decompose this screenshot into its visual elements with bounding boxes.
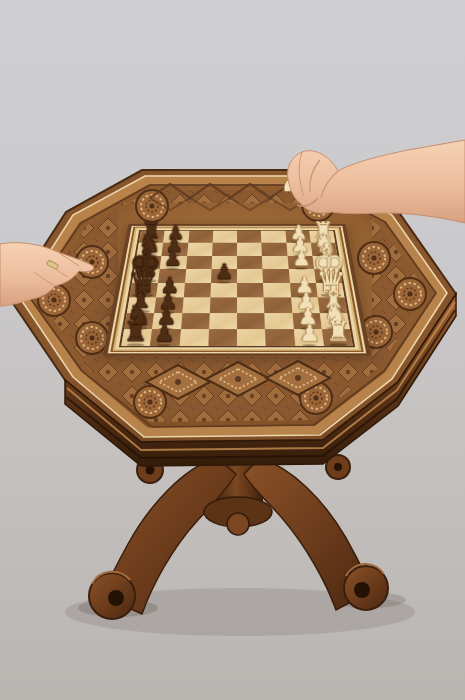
scroll-foot-left bbox=[89, 572, 135, 619]
left-hand bbox=[0, 243, 94, 306]
square-c3[interactable] bbox=[264, 298, 292, 313]
square-a7[interactable]: ♟ bbox=[150, 329, 180, 346]
studio-scene: ♜♟♟♜♞♟♟♞♝♟♟♝♚♟♚♛♟♟♛♝♟♟♝♞♟♟♞♜♟♟♜ ♟ bbox=[0, 0, 465, 700]
square-a8[interactable]: ♜ bbox=[121, 329, 152, 346]
square-a1[interactable]: ♜ bbox=[322, 329, 353, 346]
square-e5[interactable]: ♟ bbox=[211, 269, 237, 283]
square-a4[interactable] bbox=[237, 329, 266, 346]
chess-board: ♜♟♟♜♞♟♟♞♝♟♟♝♚♟♚♛♟♟♛♝♟♟♝♞♟♟♞♜♟♟♜ bbox=[103, 224, 371, 356]
square-c4[interactable] bbox=[237, 298, 265, 313]
square-e6[interactable] bbox=[185, 269, 212, 283]
square-b4[interactable] bbox=[237, 313, 265, 329]
square-b5[interactable] bbox=[209, 313, 237, 329]
black-rook-a8[interactable]: ♜ bbox=[123, 318, 148, 346]
black-pawn-a7[interactable]: ♟ bbox=[154, 322, 175, 345]
square-f3[interactable] bbox=[262, 256, 288, 269]
square-a3[interactable] bbox=[265, 329, 295, 346]
finger-ring bbox=[47, 260, 59, 270]
square-f4[interactable] bbox=[237, 256, 263, 269]
square-h5[interactable] bbox=[212, 231, 237, 243]
leg-left bbox=[102, 458, 236, 614]
board-squares: ♜♟♟♜♞♟♟♞♝♟♟♝♚♟♚♛♟♟♛♝♟♟♝♞♟♟♞♜♟♟♜ bbox=[121, 231, 352, 346]
square-f6[interactable] bbox=[186, 256, 212, 269]
white-pawn-f2[interactable]: ♟ bbox=[292, 248, 310, 269]
white-pawn-a2[interactable]: ♟ bbox=[299, 322, 320, 345]
square-d3[interactable] bbox=[263, 283, 290, 298]
square-h3[interactable] bbox=[261, 231, 286, 243]
square-e3[interactable] bbox=[263, 269, 290, 283]
square-d4[interactable] bbox=[237, 283, 264, 298]
square-g4[interactable] bbox=[237, 243, 262, 256]
square-g6[interactable] bbox=[187, 243, 213, 256]
black-pawn-f7[interactable]: ♟ bbox=[164, 248, 182, 269]
held-white-pawn[interactable]: ♟ bbox=[276, 158, 312, 198]
square-a2[interactable]: ♟ bbox=[293, 329, 323, 346]
square-c5[interactable] bbox=[209, 298, 237, 313]
chess-board-perspective: ♜♟♟♜♞♟♟♞♝♟♟♝♚♟♚♛♟♟♛♝♟♟♝♞♟♟♞♜♟♟♜ bbox=[117, 163, 357, 403]
square-e4[interactable] bbox=[237, 269, 263, 283]
square-h6[interactable] bbox=[188, 231, 213, 243]
square-h4[interactable] bbox=[237, 231, 262, 243]
black-pawn-e5[interactable]: ♟ bbox=[214, 261, 233, 282]
square-d5[interactable] bbox=[210, 283, 237, 298]
square-c6[interactable] bbox=[182, 298, 210, 313]
leg-right bbox=[244, 458, 374, 610]
floor-shadow bbox=[65, 588, 415, 636]
square-f2[interactable]: ♟ bbox=[287, 256, 314, 269]
square-g5[interactable] bbox=[212, 243, 237, 256]
scroll-foot-right bbox=[344, 564, 388, 610]
square-b6[interactable] bbox=[181, 313, 210, 329]
square-g3[interactable] bbox=[262, 243, 288, 256]
square-a5[interactable] bbox=[208, 329, 237, 346]
pedestal bbox=[89, 448, 388, 619]
square-b3[interactable] bbox=[265, 313, 294, 329]
square-f7[interactable]: ♟ bbox=[160, 256, 187, 269]
square-d6[interactable] bbox=[183, 283, 210, 298]
white-rook-a1[interactable]: ♜ bbox=[326, 318, 351, 346]
square-a6[interactable] bbox=[179, 329, 209, 346]
